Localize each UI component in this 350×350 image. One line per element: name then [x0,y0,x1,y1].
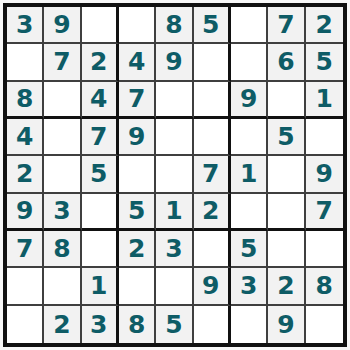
cell-r9c9[interactable] [306,306,343,343]
cell-r4c8[interactable]: 5 [268,119,305,156]
cell-r8c9[interactable]: 8 [306,268,343,305]
cell-r8c2[interactable] [44,268,81,305]
cell-r9c6[interactable] [194,306,231,343]
cell-r7c5[interactable]: 3 [156,231,193,268]
cell-r7c4[interactable]: 2 [119,231,156,268]
cell-r8c1[interactable] [7,268,44,305]
cell-r6c3[interactable] [82,194,119,231]
cell-r4c7[interactable] [231,119,268,156]
cell-r4c4[interactable]: 9 [119,119,156,156]
cell-r6c9[interactable]: 7 [306,194,343,231]
cell-r2c5[interactable]: 9 [156,44,193,81]
cell-r4c6[interactable] [194,119,231,156]
cell-r7c2[interactable]: 8 [44,231,81,268]
cell-r7c3[interactable] [82,231,119,268]
cell-r4c5[interactable] [156,119,193,156]
cell-r2c4[interactable]: 4 [119,44,156,81]
cell-r6c7[interactable] [231,194,268,231]
cell-r8c5[interactable] [156,268,193,305]
cell-r3c6[interactable] [194,82,231,119]
cell-r5c8[interactable] [268,156,305,193]
cell-r3c5[interactable] [156,82,193,119]
cell-r9c3[interactable]: 3 [82,306,119,343]
cell-r8c8[interactable]: 2 [268,268,305,305]
cell-r3c1[interactable]: 8 [7,82,44,119]
cell-r5c6[interactable]: 7 [194,156,231,193]
cell-r5c1[interactable]: 2 [7,156,44,193]
cell-r1c3[interactable] [82,7,119,44]
cell-r5c5[interactable] [156,156,193,193]
cell-r3c7[interactable]: 9 [231,82,268,119]
cell-r9c1[interactable] [7,306,44,343]
cell-r6c6[interactable]: 2 [194,194,231,231]
cell-r7c9[interactable] [306,231,343,268]
cell-r6c8[interactable] [268,194,305,231]
cell-r1c1[interactable]: 3 [7,7,44,44]
cell-r7c8[interactable] [268,231,305,268]
cell-r2c6[interactable] [194,44,231,81]
cell-r6c5[interactable]: 1 [156,194,193,231]
cell-r8c7[interactable]: 3 [231,268,268,305]
cell-r9c8[interactable]: 9 [268,306,305,343]
cell-r1c7[interactable] [231,7,268,44]
cell-r5c3[interactable]: 5 [82,156,119,193]
cell-r1c2[interactable]: 9 [44,7,81,44]
cell-r2c7[interactable] [231,44,268,81]
cell-r3c9[interactable]: 1 [306,82,343,119]
cell-r5c7[interactable]: 1 [231,156,268,193]
cell-r1c9[interactable]: 2 [306,7,343,44]
cell-r4c1[interactable]: 4 [7,119,44,156]
cell-r8c3[interactable]: 1 [82,268,119,305]
cell-r8c4[interactable] [119,268,156,305]
cell-r9c5[interactable]: 5 [156,306,193,343]
sudoku-board: 3985727249658479147952571993512778235193… [3,3,347,347]
cell-r1c4[interactable] [119,7,156,44]
cell-r3c2[interactable] [44,82,81,119]
cell-r4c9[interactable] [306,119,343,156]
cell-r2c2[interactable]: 7 [44,44,81,81]
cell-r8c6[interactable]: 9 [194,268,231,305]
cell-r7c6[interactable] [194,231,231,268]
cell-r1c6[interactable]: 5 [194,7,231,44]
cell-r6c4[interactable]: 5 [119,194,156,231]
cell-r5c4[interactable] [119,156,156,193]
cell-r4c2[interactable] [44,119,81,156]
cell-r9c2[interactable]: 2 [44,306,81,343]
cell-r6c1[interactable]: 9 [7,194,44,231]
cell-r9c7[interactable] [231,306,268,343]
cell-r1c8[interactable]: 7 [268,7,305,44]
cell-r7c7[interactable]: 5 [231,231,268,268]
cell-r5c2[interactable] [44,156,81,193]
cell-r7c1[interactable]: 7 [7,231,44,268]
cell-r3c8[interactable] [268,82,305,119]
sudoku-page: 3985727249658479147952571993512778235193… [0,0,350,350]
cell-r9c4[interactable]: 8 [119,306,156,343]
cell-r2c8[interactable]: 6 [268,44,305,81]
cell-r1c5[interactable]: 8 [156,7,193,44]
cell-r4c3[interactable]: 7 [82,119,119,156]
cell-r2c9[interactable]: 5 [306,44,343,81]
cell-r5c9[interactable]: 9 [306,156,343,193]
cell-r3c3[interactable]: 4 [82,82,119,119]
cell-r2c3[interactable]: 2 [82,44,119,81]
cell-r6c2[interactable]: 3 [44,194,81,231]
cell-r2c1[interactable] [7,44,44,81]
cell-r3c4[interactable]: 7 [119,82,156,119]
